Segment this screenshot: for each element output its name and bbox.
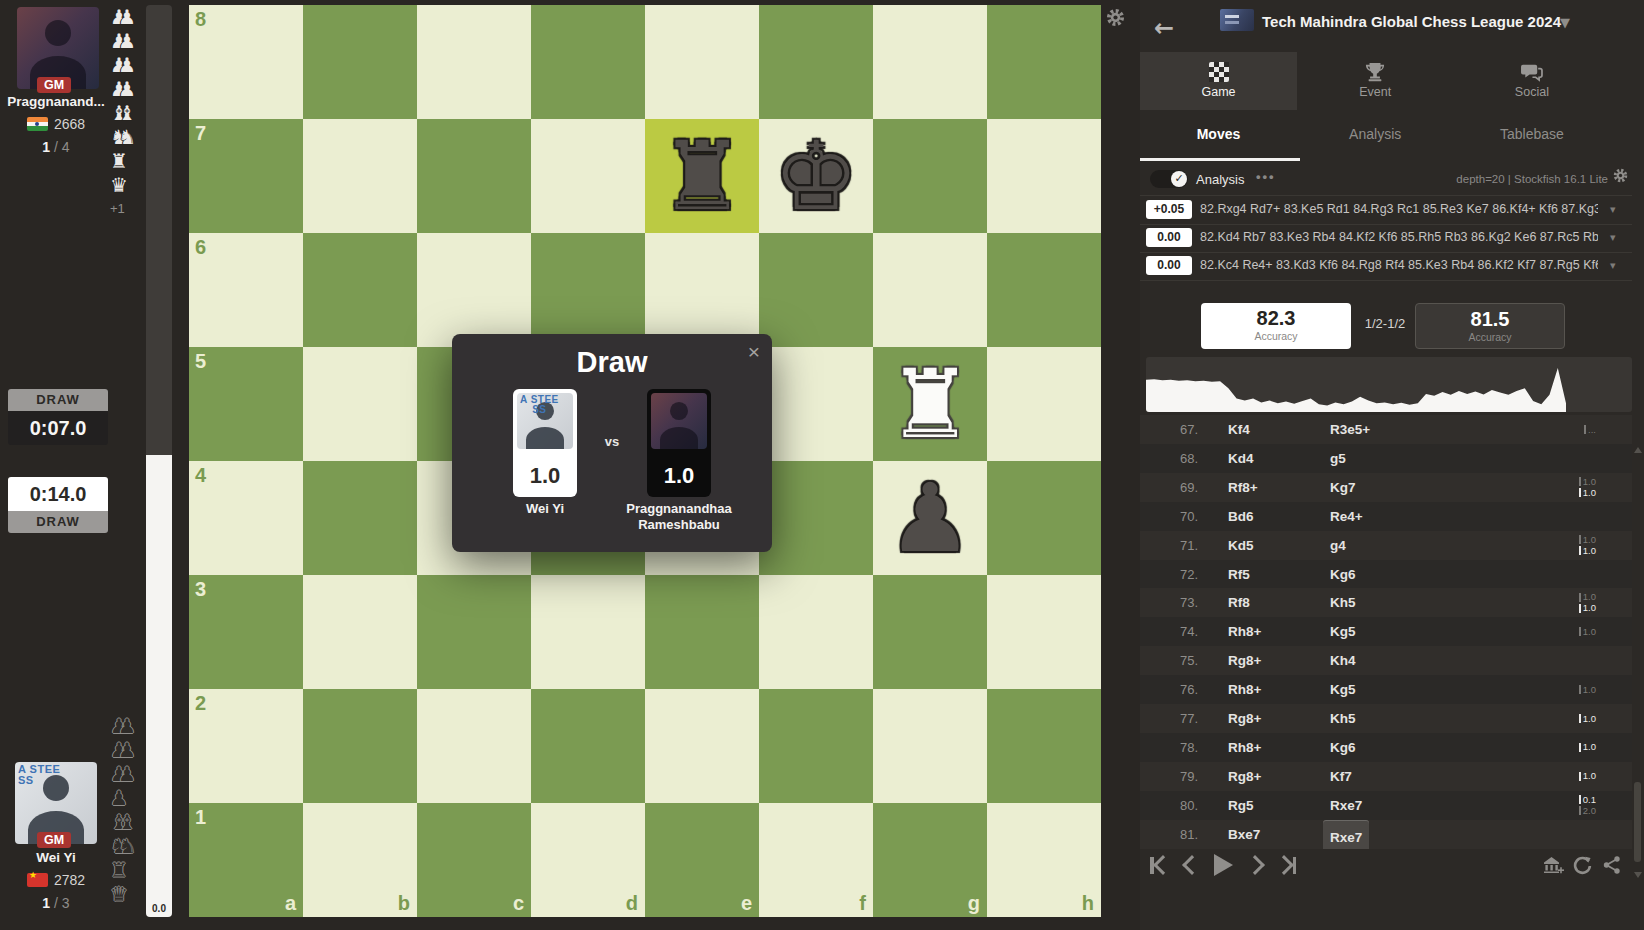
black-move[interactable]: Kg5 bbox=[1330, 617, 1356, 646]
move-time-annotations: 1.0 bbox=[1579, 675, 1596, 704]
move-row-73: 73.Rf8Kh51.01.0 bbox=[1140, 588, 1632, 617]
trophy-icon bbox=[1297, 62, 1454, 84]
square-g6[interactable] bbox=[873, 233, 987, 347]
captured-pawn-pair: ♟♟ bbox=[110, 715, 136, 737]
rank-label-5: 5 bbox=[195, 350, 206, 373]
black-move[interactable]: Rxe7 bbox=[1330, 791, 1362, 820]
engine-line-2[interactable]: 0.0082.Kd4 Rb7 83.Ke3 Rb4 84.Kf2 Kf6 85.… bbox=[1140, 224, 1632, 252]
white-player-photo: A STEE SS bbox=[517, 393, 573, 449]
vs-label: vs bbox=[600, 434, 624, 449]
photo-backdrop-text: A STEE SS bbox=[520, 395, 559, 415]
black-move[interactable]: Kg6 bbox=[1330, 560, 1356, 589]
file-label-a: a bbox=[285, 892, 296, 915]
move-number: 68. bbox=[1180, 444, 1198, 473]
tab-social[interactable]: Social bbox=[1453, 52, 1610, 110]
black-accuracy-card: 81.5 Accuracy bbox=[1415, 303, 1565, 349]
white-move[interactable]: Bxe7 bbox=[1228, 820, 1260, 849]
back-arrow-icon[interactable]: ← bbox=[1154, 14, 1174, 42]
top-clock-result-badge: DRAW bbox=[8, 389, 108, 411]
bottom-player-name[interactable]: Wei Yi bbox=[0, 850, 112, 865]
captured-knight-pair: ♞♞ bbox=[110, 126, 136, 148]
chevron-down-icon[interactable]: ▼ bbox=[1560, 15, 1570, 30]
rank-label-8: 8 bbox=[195, 8, 206, 31]
file-label-h: h bbox=[1082, 892, 1094, 915]
expand-line-icon[interactable]: ▾ bbox=[1610, 259, 1616, 272]
more-options-icon[interactable]: ••• bbox=[1256, 169, 1276, 184]
engine-line-3[interactable]: 0.0082.Kc4 Re4+ 83.Kd3 Kf6 84.Rg8 Rf4 85… bbox=[1140, 252, 1632, 280]
captured-pieces-bottom: ♟♟♟♟♟♟♟♝♝♞♞♜♛ bbox=[110, 715, 136, 905]
file-label-d: d bbox=[626, 892, 638, 915]
top-player-name[interactable]: Praggnanand... bbox=[0, 94, 112, 109]
square-b1[interactable]: b bbox=[303, 803, 417, 917]
square-e1[interactable]: e bbox=[645, 803, 759, 917]
move-row-69: 69.Rf8+Kg71.01.0 bbox=[1140, 473, 1632, 502]
top-player-clock: 0:07.0 bbox=[8, 411, 108, 445]
square-c6[interactable] bbox=[417, 233, 531, 347]
square-e2[interactable] bbox=[645, 689, 759, 803]
chat-icon bbox=[1453, 62, 1610, 84]
time-annotation: 1.0 bbox=[1579, 477, 1596, 487]
engine-settings-gear-icon[interactable] bbox=[1613, 168, 1628, 187]
time-annotation: 1.0 bbox=[1579, 592, 1596, 602]
square-c2[interactable] bbox=[417, 689, 531, 803]
square-g3[interactable] bbox=[873, 575, 987, 689]
square-h2[interactable] bbox=[987, 689, 1101, 803]
black-move[interactable]: Kh5 bbox=[1330, 588, 1356, 617]
white-move[interactable]: Rg8+ bbox=[1228, 704, 1261, 733]
square-h7[interactable] bbox=[987, 119, 1101, 233]
captured-knight-pair: ♞♞ bbox=[110, 835, 136, 857]
bottom-clock-result-badge: DRAW bbox=[8, 511, 108, 533]
captured-rook: ♜ bbox=[110, 859, 136, 881]
black-move[interactable]: R3e5+ bbox=[1330, 415, 1370, 444]
black-score: 1.0 bbox=[647, 463, 711, 489]
subtab-moves[interactable]: Moves bbox=[1140, 110, 1297, 158]
captured-bishop-pair: ♝♝ bbox=[110, 102, 136, 124]
game-result-score: 1/2-1/2 bbox=[1359, 316, 1411, 331]
move-row-74: 74.Rh8+Kg51.0 bbox=[1140, 617, 1632, 646]
square-h8[interactable] bbox=[987, 5, 1101, 119]
time-annotation: 1.0 bbox=[1579, 535, 1596, 545]
white-move[interactable]: Bd6 bbox=[1228, 502, 1254, 531]
white-move[interactable]: Rg8+ bbox=[1228, 646, 1261, 675]
square-b4[interactable] bbox=[303, 461, 417, 575]
rank-label-7: 7 bbox=[195, 122, 206, 145]
square-h3[interactable] bbox=[987, 575, 1101, 689]
square-b2[interactable] bbox=[303, 689, 417, 803]
black-move[interactable]: Kh5 bbox=[1330, 704, 1356, 733]
black-move[interactable]: g5 bbox=[1330, 444, 1346, 473]
square-e6[interactable] bbox=[645, 233, 759, 347]
white-player-modal-name: Wei Yi bbox=[485, 501, 605, 517]
square-f3[interactable] bbox=[759, 575, 873, 689]
chess-app: GM Praggnanand... 2668 1 / 4 ♟♟♟♟♟♟♟♟♝♝♞… bbox=[0, 0, 1644, 930]
material-advantage: +1 bbox=[110, 198, 136, 220]
square-b7[interactable] bbox=[303, 119, 417, 233]
black-move[interactable]: Kh4 bbox=[1330, 646, 1356, 675]
china-flag-icon bbox=[27, 873, 48, 887]
square-h6[interactable] bbox=[987, 233, 1101, 347]
move-row-68: 68.Kd4g5 bbox=[1140, 444, 1632, 473]
move-number: 81. bbox=[1180, 820, 1198, 849]
square-f7[interactable] bbox=[759, 119, 873, 233]
captured-pawn-pair: ♟♟ bbox=[110, 6, 136, 28]
file-label-g: g bbox=[968, 892, 980, 915]
move-row-79: 79.Rg8+Kf71.0 bbox=[1140, 762, 1632, 791]
result-title: Draw bbox=[452, 346, 772, 379]
engine-line-moves: 82.Kc4 Re4+ 83.Kd3 Kf6 84.Rg8 Rf4 85.Ke3… bbox=[1200, 258, 1598, 272]
time-annotation: 1.0 bbox=[1579, 627, 1596, 637]
tab-game[interactable]: Game bbox=[1140, 52, 1297, 110]
captured-pawn-pair: ♟♟ bbox=[110, 78, 136, 100]
move-row-77: 77.Rg8+Kh51.0 bbox=[1140, 704, 1632, 733]
bottom-player-rating-row: 2782 bbox=[0, 872, 112, 888]
bottom-player-match-score: 1 / 3 bbox=[0, 895, 112, 911]
square-f6[interactable] bbox=[759, 233, 873, 347]
square-a1[interactable]: 1a bbox=[189, 803, 303, 917]
white-move[interactable]: Kd5 bbox=[1228, 531, 1254, 560]
avatar-backdrop-text: A STEE SS bbox=[18, 764, 60, 786]
play-button[interactable] bbox=[1214, 854, 1233, 876]
move-number: 75. bbox=[1180, 646, 1198, 675]
white-player-card: A STEE SS 1.0 bbox=[513, 389, 577, 497]
step-forward-button[interactable] bbox=[1245, 855, 1265, 875]
time-annotation: 1.0 bbox=[1579, 714, 1596, 724]
captured-pawn-pair: ♟♟ bbox=[110, 763, 136, 785]
square-e3[interactable] bbox=[645, 575, 759, 689]
square-a4[interactable]: 4 bbox=[189, 461, 303, 575]
scroll-up-icon[interactable] bbox=[1634, 447, 1642, 453]
rank-label-6: 6 bbox=[195, 236, 206, 259]
title-badge-top: GM bbox=[37, 77, 71, 93]
move-number: 71. bbox=[1180, 531, 1198, 560]
toggle-check-icon: ✓ bbox=[1171, 171, 1187, 187]
time-annotation: 2.0 bbox=[1579, 806, 1596, 816]
subtab-analysis[interactable]: Analysis bbox=[1297, 110, 1454, 158]
event-logo bbox=[1220, 9, 1254, 31]
evaluation-bar: 0.0 bbox=[146, 5, 172, 917]
square-a7[interactable]: 7 bbox=[189, 119, 303, 233]
square-b3[interactable] bbox=[303, 575, 417, 689]
bottom-player-rating: 2782 bbox=[54, 872, 85, 888]
square-f5[interactable] bbox=[759, 347, 873, 461]
move-number: 76. bbox=[1180, 675, 1198, 704]
square-c8[interactable] bbox=[417, 5, 531, 119]
active-subtab-underline bbox=[1140, 158, 1300, 161]
captured-pawn-pair: ♟♟ bbox=[110, 739, 136, 761]
rank-label-3: 3 bbox=[195, 578, 206, 601]
black-player-card: 1.0 bbox=[647, 389, 711, 497]
move-list: 67.Kf4R3e5+...68.Kd4g569.Rf8+Kg71.01.070… bbox=[1140, 415, 1632, 849]
file-label-e: e bbox=[741, 892, 752, 915]
expand-line-icon[interactable]: ▾ bbox=[1610, 203, 1616, 216]
white-move[interactable]: Rh8+ bbox=[1228, 733, 1261, 762]
time-annotation: ... bbox=[1584, 425, 1596, 435]
engine-line-moves: 82.Kd4 Rb7 83.Ke3 Rb4 84.Kf2 Kf6 85.Rh5 … bbox=[1200, 230, 1598, 244]
black-move[interactable]: g4 bbox=[1330, 531, 1346, 560]
white-score: 1.0 bbox=[513, 463, 577, 489]
captured-bishop-pair: ♝♝ bbox=[110, 811, 136, 833]
divider bbox=[1140, 280, 1632, 281]
move-number: 79. bbox=[1180, 762, 1198, 791]
captured-queen: ♛ bbox=[110, 174, 136, 196]
white-move[interactable]: Rh8+ bbox=[1228, 675, 1261, 704]
square-e7[interactable] bbox=[645, 119, 759, 233]
square-c3[interactable] bbox=[417, 575, 531, 689]
move-time-annotations: 1.0 bbox=[1579, 617, 1596, 646]
tab-event[interactable]: Event bbox=[1297, 52, 1454, 110]
square-h4[interactable] bbox=[987, 461, 1101, 575]
engine-eval: 0.00 bbox=[1146, 228, 1192, 247]
file-label-b: b bbox=[398, 892, 410, 915]
move-row-67: 67.Kf4R3e5+... bbox=[1140, 415, 1632, 444]
square-d2[interactable] bbox=[531, 689, 645, 803]
engine-eval: 0.00 bbox=[1146, 256, 1192, 275]
square-f2[interactable] bbox=[759, 689, 873, 803]
square-c1[interactable]: c bbox=[417, 803, 531, 917]
square-b8[interactable] bbox=[303, 5, 417, 119]
top-player-rating-row: 2668 bbox=[0, 116, 112, 132]
analysis-toggle[interactable]: ✓ bbox=[1150, 170, 1188, 188]
library-add-icon[interactable] bbox=[1542, 855, 1564, 879]
black-player-photo bbox=[651, 393, 707, 449]
move-time-annotations: ... bbox=[1584, 415, 1596, 444]
square-e8[interactable] bbox=[645, 5, 759, 119]
rank-label-2: 2 bbox=[195, 692, 206, 715]
square-a2[interactable]: 2 bbox=[189, 689, 303, 803]
black-move[interactable]: Kg7 bbox=[1330, 473, 1356, 502]
square-b6[interactable] bbox=[303, 233, 417, 347]
evaluation-bar-white bbox=[146, 455, 172, 917]
time-annotation: 1.0 bbox=[1579, 771, 1596, 781]
captured-pieces-top: ♟♟♟♟♟♟♟♟♝♝♞♞♜♛+1 bbox=[110, 6, 136, 220]
move-number: 80. bbox=[1180, 791, 1198, 820]
move-time-annotations: 1.01.0 bbox=[1579, 531, 1596, 560]
india-flag-icon bbox=[27, 117, 48, 131]
move-time-annotations: 1.0 bbox=[1579, 762, 1596, 791]
captured-rook: ♜ bbox=[110, 150, 136, 172]
close-icon[interactable]: × bbox=[748, 340, 760, 364]
white-accuracy-card: 82.3 Accuracy bbox=[1201, 303, 1351, 349]
move-row-75: 75.Rg8+Kh4 bbox=[1140, 646, 1632, 675]
black-accuracy-label: Accuracy bbox=[1416, 331, 1564, 343]
square-d8[interactable] bbox=[531, 5, 645, 119]
square-h1[interactable]: h bbox=[987, 803, 1101, 917]
white-move[interactable]: Kd4 bbox=[1228, 444, 1254, 473]
game-result-modal: Draw × A STEE SS 1.0 vs 1.0 Wei Yi Pragg… bbox=[452, 334, 772, 552]
top-player-rating: 2668 bbox=[54, 116, 85, 132]
square-g2[interactable] bbox=[873, 689, 987, 803]
square-f4[interactable] bbox=[759, 461, 873, 575]
expand-line-icon[interactable]: ▾ bbox=[1610, 231, 1616, 244]
analysis-toggle-label: Analysis bbox=[1196, 172, 1244, 187]
move-number: 77. bbox=[1180, 704, 1198, 733]
board-settings-gear-icon[interactable] bbox=[1106, 8, 1125, 31]
side-panel: ← Tech Mahindra Global Chess League 2024… bbox=[1140, 0, 1644, 930]
white-accuracy-value: 82.3 bbox=[1201, 307, 1351, 330]
square-a5[interactable]: 5 bbox=[189, 347, 303, 461]
white-move[interactable]: Rg8+ bbox=[1228, 762, 1261, 791]
captured-pawn-pair: ♟♟ bbox=[110, 54, 136, 76]
time-annotation: 1.0 bbox=[1579, 742, 1596, 752]
move-time-annotations: 1.01.0 bbox=[1579, 588, 1596, 617]
square-d6[interactable] bbox=[531, 233, 645, 347]
scrollbar-thumb[interactable] bbox=[1634, 782, 1641, 862]
time-annotation: 0.1 bbox=[1579, 795, 1596, 805]
square-f1[interactable]: f bbox=[759, 803, 873, 917]
file-label-f: f bbox=[859, 892, 866, 915]
white-move[interactable]: Rf8+ bbox=[1228, 473, 1258, 502]
bottom-player-clock: 0:14.0 bbox=[8, 477, 108, 511]
engine-eval: +0.05 bbox=[1146, 200, 1192, 219]
square-g8[interactable] bbox=[873, 5, 987, 119]
square-g1[interactable]: g bbox=[873, 803, 987, 917]
white-move[interactable]: Rf5 bbox=[1228, 560, 1250, 589]
square-a3[interactable]: 3 bbox=[189, 575, 303, 689]
time-annotation: 1.0 bbox=[1579, 685, 1596, 695]
rank-label-4: 4 bbox=[195, 464, 206, 487]
square-d1[interactable]: d bbox=[531, 803, 645, 917]
move-row-71: 71.Kd5g41.01.0 bbox=[1140, 531, 1632, 560]
captured-pawn: ♟ bbox=[110, 787, 136, 809]
file-label-c: c bbox=[513, 892, 524, 915]
square-f8[interactable] bbox=[759, 5, 873, 119]
time-annotation: 1.0 bbox=[1579, 546, 1596, 556]
captured-pawn-pair: ♟♟ bbox=[110, 30, 136, 52]
white-move[interactable]: Rg5 bbox=[1228, 791, 1254, 820]
move-time-annotations: 1.0 bbox=[1579, 733, 1596, 762]
white-move[interactable]: Kf4 bbox=[1228, 415, 1250, 444]
white-move[interactable]: Rh8+ bbox=[1228, 617, 1261, 646]
black-move[interactable]: Re4+ bbox=[1330, 502, 1363, 531]
evaluation-graph[interactable] bbox=[1146, 357, 1632, 412]
subtab-tablebase[interactable]: Tablebase bbox=[1453, 110, 1610, 158]
refresh-icon[interactable] bbox=[1572, 855, 1592, 879]
square-h5[interactable] bbox=[987, 347, 1101, 461]
captured-queen: ♛ bbox=[110, 883, 136, 905]
move-row-70: 70.Bd6Re4+ bbox=[1140, 502, 1632, 531]
skip-to-start-button[interactable] bbox=[1150, 857, 1170, 874]
square-b5[interactable] bbox=[303, 347, 417, 461]
move-number: 73. bbox=[1180, 588, 1198, 617]
square-g4[interactable] bbox=[873, 461, 987, 575]
move-number: 69. bbox=[1180, 473, 1198, 502]
move-number: 78. bbox=[1180, 733, 1198, 762]
square-c7[interactable] bbox=[417, 119, 531, 233]
chessboard-icon bbox=[1140, 62, 1297, 84]
move-navigation-bar bbox=[1140, 848, 1632, 884]
black-player-modal-name: Praggnanandhaa Rameshbabu bbox=[619, 501, 739, 533]
move-time-annotations: 1.0 bbox=[1579, 704, 1596, 733]
move-time-annotations: 1.01.0 bbox=[1579, 473, 1596, 502]
title-badge-bottom: GM bbox=[37, 832, 71, 848]
white-accuracy-label: Accuracy bbox=[1201, 330, 1351, 342]
event-title: Tech Mahindra Global Chess League 2024 bbox=[1262, 13, 1561, 30]
square-a8[interactable]: 8 bbox=[189, 5, 303, 119]
move-row-81: 81.Bxe7Rxe7 bbox=[1140, 820, 1632, 849]
rank-label-1: 1 bbox=[195, 806, 206, 829]
move-number: 72. bbox=[1180, 560, 1198, 589]
square-d3[interactable] bbox=[531, 575, 645, 689]
black-move[interactable]: Kg6 bbox=[1330, 733, 1356, 762]
time-annotation: 1.0 bbox=[1579, 488, 1596, 498]
engine-info: depth=20 | Stockfish 16.1 Lite bbox=[1456, 173, 1608, 185]
skip-to-end-button[interactable] bbox=[1277, 857, 1297, 874]
move-row-76: 76.Rh8+Kg51.0 bbox=[1140, 675, 1632, 704]
step-back-button[interactable] bbox=[1182, 855, 1202, 875]
move-time-annotations: 0.12.0 bbox=[1579, 791, 1596, 820]
black-move[interactable]: Rxe7 bbox=[1323, 820, 1369, 849]
move-row-78: 78.Rh8+Kg61.0 bbox=[1140, 733, 1632, 762]
time-annotation: 1.0 bbox=[1579, 603, 1596, 613]
engine-line-moves: 82.Rxg4 Rd7+ 83.Ke5 Rd1 84.Rg3 Rc1 85.Re… bbox=[1200, 202, 1598, 216]
square-a6[interactable]: 6 bbox=[189, 233, 303, 347]
black-accuracy-value: 81.5 bbox=[1416, 308, 1564, 331]
share-icon[interactable] bbox=[1602, 855, 1622, 879]
scroll-down-icon[interactable] bbox=[1634, 872, 1642, 878]
square-g5[interactable] bbox=[873, 347, 987, 461]
square-d7[interactable] bbox=[531, 119, 645, 233]
move-row-80: 80.Rg5Rxe70.12.0 bbox=[1140, 791, 1632, 820]
move-row-72: 72.Rf5Kg6 bbox=[1140, 560, 1632, 589]
move-number: 74. bbox=[1180, 617, 1198, 646]
white-move[interactable]: Rf8 bbox=[1228, 588, 1250, 617]
move-number: 70. bbox=[1180, 502, 1198, 531]
black-move[interactable]: Kg5 bbox=[1330, 675, 1356, 704]
engine-line-1[interactable]: +0.0582.Rxg4 Rd7+ 83.Ke5 Rd1 84.Rg3 Rc1 … bbox=[1140, 196, 1632, 224]
top-player-match-score: 1 / 4 bbox=[0, 139, 112, 155]
evaluation-value: 0.0 bbox=[146, 903, 172, 914]
square-g7[interactable] bbox=[873, 119, 987, 233]
black-move[interactable]: Kf7 bbox=[1330, 762, 1352, 791]
move-number: 67. bbox=[1180, 415, 1198, 444]
